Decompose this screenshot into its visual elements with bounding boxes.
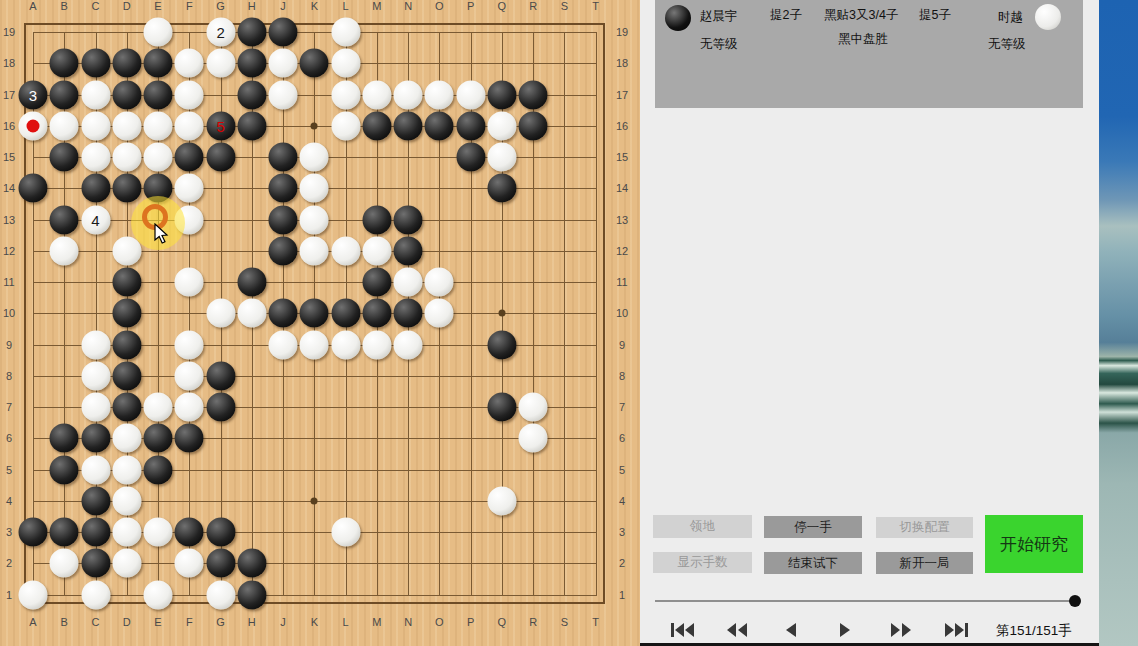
move-slider[interactable] xyxy=(655,600,1079,602)
coord-label-right: 1 xyxy=(619,589,625,601)
stone-white-K9 xyxy=(300,330,329,359)
coord-label-bottom: J xyxy=(280,616,286,628)
stone-black-A3 xyxy=(19,518,48,547)
stone-black-C6 xyxy=(81,424,110,453)
stone-white-N17 xyxy=(394,80,423,109)
switch-config-button[interactable]: 切换配置 xyxy=(876,517,973,538)
stone-black-N10 xyxy=(394,299,423,328)
stone-black-G15 xyxy=(206,143,235,172)
stone-black-D18 xyxy=(112,49,141,78)
stone-black-H1 xyxy=(237,580,266,609)
stone-white-C9 xyxy=(81,330,110,359)
stone-white-D15 xyxy=(112,143,141,172)
jump-to-start-icon[interactable] xyxy=(668,621,698,639)
stone-black-D7 xyxy=(112,393,141,422)
coord-label-left: 5 xyxy=(6,464,12,476)
move-number-marker: 2 xyxy=(206,18,235,47)
stone-white-D12 xyxy=(112,236,141,265)
stone-black-E17 xyxy=(144,80,173,109)
stone-white-D16 xyxy=(112,111,141,140)
stone-white-Q16 xyxy=(487,111,516,140)
stone-black-P16 xyxy=(456,111,485,140)
stone-black-H18 xyxy=(237,49,266,78)
stone-black-K10 xyxy=(300,299,329,328)
coord-label-bottom: B xyxy=(61,616,68,628)
stone-black-A14 xyxy=(19,174,48,203)
coord-label-left: 3 xyxy=(6,526,12,538)
coord-label-top: H xyxy=(248,0,256,12)
stone-white-C17 xyxy=(81,80,110,109)
stone-white-P17 xyxy=(456,80,485,109)
stone-black-N13 xyxy=(394,205,423,234)
desktop-wallpaper xyxy=(1099,0,1138,646)
coord-label-top: C xyxy=(92,0,100,12)
stone-black-D9 xyxy=(112,330,141,359)
coord-label-bottom: K xyxy=(311,616,318,628)
stone-white-R7 xyxy=(519,393,548,422)
coord-label-right: 8 xyxy=(619,370,625,382)
stone-white-L16 xyxy=(331,111,360,140)
stone-black-G7 xyxy=(206,393,235,422)
coord-label-right: 10 xyxy=(616,307,628,319)
stone-white-N11 xyxy=(394,268,423,297)
stone-black-K18 xyxy=(300,49,329,78)
stone-black-J19 xyxy=(269,18,298,47)
coord-label-top: E xyxy=(154,0,161,12)
coord-label-left: 10 xyxy=(3,307,15,319)
stone-black-C4 xyxy=(81,486,110,515)
stone-black-Q14 xyxy=(487,174,516,203)
coord-label-bottom: Q xyxy=(498,616,507,628)
coord-label-left: 11 xyxy=(3,276,14,288)
stone-black-D11 xyxy=(112,268,141,297)
white-player-name: 时越 xyxy=(998,9,1023,26)
stone-white-O10 xyxy=(425,299,454,328)
stone-white-O11 xyxy=(425,268,454,297)
coord-label-top: T xyxy=(592,0,599,12)
coord-label-left: 17 xyxy=(3,89,15,101)
stone-black-H2 xyxy=(237,549,266,578)
coord-label-left: 7 xyxy=(6,401,12,413)
stone-white-K12 xyxy=(300,236,329,265)
black-player-name: 赵晨宇 xyxy=(700,8,738,25)
coord-label-top: M xyxy=(372,0,381,12)
stone-black-G2 xyxy=(206,549,235,578)
stone-black-P15 xyxy=(456,143,485,172)
stone-white-E19 xyxy=(144,18,173,47)
stone-white-F11 xyxy=(175,268,204,297)
coord-label-right: 17 xyxy=(616,89,628,101)
coord-label-left: 9 xyxy=(6,339,12,351)
stone-white-A1 xyxy=(19,580,48,609)
stone-white-E15 xyxy=(144,143,173,172)
stone-black-G8 xyxy=(206,361,235,390)
star-point xyxy=(311,122,318,129)
stone-white-C15 xyxy=(81,143,110,172)
grid-line-v xyxy=(596,32,597,596)
fast-forward-icon[interactable] xyxy=(886,621,916,639)
stone-white-M12 xyxy=(362,236,391,265)
stone-white-L18 xyxy=(331,49,360,78)
stone-white-E1 xyxy=(144,580,173,609)
mouse-cursor xyxy=(154,223,170,245)
white-captures: 提5子 xyxy=(919,7,951,24)
coord-label-right: 14 xyxy=(616,182,628,194)
coord-label-right: 5 xyxy=(619,464,625,476)
coord-label-top: O xyxy=(435,0,444,12)
stone-black-M16 xyxy=(362,111,391,140)
stone-black-J14 xyxy=(269,174,298,203)
coord-label-left: 14 xyxy=(3,182,15,194)
coord-label-bottom: R xyxy=(529,616,537,628)
coord-label-top: F xyxy=(186,0,193,12)
stone-black-N12 xyxy=(394,236,423,265)
coord-label-left: 13 xyxy=(3,214,15,226)
stone-white-C8 xyxy=(81,361,110,390)
stone-black-G3 xyxy=(206,518,235,547)
show-move-numbers-button[interactable]: 显示手数 xyxy=(653,552,752,573)
coord-label-bottom: L xyxy=(343,616,349,628)
coord-label-right: 16 xyxy=(616,120,628,132)
stone-white-O17 xyxy=(425,80,454,109)
coord-label-left: 18 xyxy=(3,57,15,69)
stone-black-D17 xyxy=(112,80,141,109)
stone-black-J10 xyxy=(269,299,298,328)
coord-label-bottom: A xyxy=(29,616,36,628)
coord-label-left: 15 xyxy=(3,151,15,163)
black-captures: 提2子 xyxy=(770,7,802,24)
stone-white-F7 xyxy=(175,393,204,422)
coord-label-bottom: D xyxy=(123,616,131,628)
stone-black-B5 xyxy=(50,455,79,484)
coord-label-right: 12 xyxy=(616,245,628,257)
stone-black-C18 xyxy=(81,49,110,78)
stone-white-E16 xyxy=(144,111,173,140)
stone-white-K14 xyxy=(300,174,329,203)
coord-label-right: 19 xyxy=(616,26,628,38)
stone-white-D4 xyxy=(112,486,141,515)
coord-label-top: P xyxy=(467,0,474,12)
stone-white-L3 xyxy=(331,518,360,547)
stone-black-B17 xyxy=(50,80,79,109)
coord-label-top: D xyxy=(123,0,131,12)
move-counter: 第151/151手 xyxy=(996,622,1086,640)
red-dot-marker xyxy=(27,119,40,132)
stone-white-G1 xyxy=(206,580,235,609)
stone-black-H17 xyxy=(237,80,266,109)
star-point xyxy=(498,310,505,317)
go-board[interactable]: AABBCCDDEEFFGGHHJJKKLLMMNNOOPPQQRRSSTT19… xyxy=(0,0,640,646)
coord-label-left: 4 xyxy=(6,495,12,507)
stone-white-E7 xyxy=(144,393,173,422)
coord-label-bottom: H xyxy=(248,616,256,628)
stone-white-K15 xyxy=(300,143,329,172)
coord-label-top: A xyxy=(29,0,36,12)
stone-white-F14 xyxy=(175,174,204,203)
stone-black-H16 xyxy=(237,111,266,140)
stone-white-Q4 xyxy=(487,486,516,515)
stone-black-F15 xyxy=(175,143,204,172)
coord-label-right: 18 xyxy=(616,57,628,69)
coord-label-bottom: C xyxy=(92,616,100,628)
stone-white-C16 xyxy=(81,111,110,140)
coord-label-top: R xyxy=(529,0,537,12)
stone-black-E6 xyxy=(144,424,173,453)
coord-label-right: 2 xyxy=(619,557,625,569)
step-forward-icon[interactable] xyxy=(830,621,860,639)
stone-white-B16 xyxy=(50,111,79,140)
stone-white-F16 xyxy=(175,111,204,140)
move-number-marker: 4 xyxy=(81,205,110,234)
stone-black-F3 xyxy=(175,518,204,547)
stone-black-B18 xyxy=(50,49,79,78)
stone-black-B3 xyxy=(50,518,79,547)
coord-label-bottom: G xyxy=(216,616,225,628)
coord-label-bottom: N xyxy=(404,616,412,628)
stone-black-F6 xyxy=(175,424,204,453)
stone-white-F9 xyxy=(175,330,204,359)
star-point xyxy=(311,497,318,504)
stone-white-K13 xyxy=(300,205,329,234)
coord-label-left: 1 xyxy=(6,589,12,601)
white-player-rank: 无等级 xyxy=(988,36,1026,53)
stone-white-G18 xyxy=(206,49,235,78)
stone-black-O16 xyxy=(425,111,454,140)
fast-backward-icon[interactable] xyxy=(722,621,752,639)
stone-white-L9 xyxy=(331,330,360,359)
stone-white-J9 xyxy=(269,330,298,359)
coord-label-right: 13 xyxy=(616,214,628,226)
go-review-app: AABBCCDDEEFFGGHHJJKKLLMMNNOOPPQQRRSSTT19… xyxy=(0,0,1138,646)
stone-black-H19 xyxy=(237,18,266,47)
move-slider-knob[interactable] xyxy=(1069,595,1081,607)
coord-label-left: 12 xyxy=(3,245,15,257)
stone-black-N16 xyxy=(394,111,423,140)
stone-white-B2 xyxy=(50,549,79,578)
stone-black-C3 xyxy=(81,518,110,547)
stone-white-D2 xyxy=(112,549,141,578)
stone-white-H10 xyxy=(237,299,266,328)
coord-label-bottom: E xyxy=(154,616,161,628)
stone-black-M11 xyxy=(362,268,391,297)
stone-white-F18 xyxy=(175,49,204,78)
coord-label-top: S xyxy=(561,0,568,12)
stone-white-Q15 xyxy=(487,143,516,172)
coord-label-left: 6 xyxy=(6,432,12,444)
game-result: 黑中盘胜 xyxy=(838,31,888,48)
black-player-stone-icon xyxy=(665,5,691,31)
coord-label-right: 15 xyxy=(616,151,628,163)
move-number-marker: 3 xyxy=(19,80,48,109)
stone-white-E3 xyxy=(144,518,173,547)
coord-label-right: 6 xyxy=(619,432,625,444)
stone-white-C1 xyxy=(81,580,110,609)
coord-label-top: L xyxy=(343,0,349,12)
stone-black-M13 xyxy=(362,205,391,234)
stone-black-C2 xyxy=(81,549,110,578)
stone-white-J18 xyxy=(269,49,298,78)
coord-label-top: J xyxy=(280,0,286,12)
coord-label-left: 8 xyxy=(6,370,12,382)
stone-white-N9 xyxy=(394,330,423,359)
stone-black-L10 xyxy=(331,299,360,328)
komi-info: 黑贴3又3/4子 xyxy=(824,7,898,24)
coord-label-left: 2 xyxy=(6,557,12,569)
coord-label-top: N xyxy=(404,0,412,12)
stone-white-D3 xyxy=(112,518,141,547)
grid-line-v xyxy=(564,32,565,596)
coord-label-bottom: M xyxy=(372,616,381,628)
stone-black-Q9 xyxy=(487,330,516,359)
stone-white-L12 xyxy=(331,236,360,265)
white-player-stone-icon xyxy=(1035,4,1061,30)
stone-black-J13 xyxy=(269,205,298,234)
coord-label-top: B xyxy=(61,0,68,12)
coord-label-bottom: F xyxy=(186,616,193,628)
coord-label-top: Q xyxy=(498,0,507,12)
stone-black-B15 xyxy=(50,143,79,172)
stone-black-D8 xyxy=(112,361,141,390)
coord-label-bottom: O xyxy=(435,616,444,628)
stone-black-D10 xyxy=(112,299,141,328)
move-number-marker: 5 xyxy=(206,111,235,140)
coord-label-right: 7 xyxy=(619,401,625,413)
stone-black-R17 xyxy=(519,80,548,109)
jump-to-end-icon[interactable] xyxy=(941,621,971,639)
coord-label-right: 9 xyxy=(619,339,625,351)
stone-white-B12 xyxy=(50,236,79,265)
coord-label-top: K xyxy=(311,0,318,12)
new-game-button[interactable]: 新开一局 xyxy=(876,552,973,574)
stone-black-C14 xyxy=(81,174,110,203)
coord-label-bottom: T xyxy=(592,616,599,628)
stone-white-M17 xyxy=(362,80,391,109)
stone-black-J12 xyxy=(269,236,298,265)
step-backward-icon[interactable] xyxy=(776,621,806,639)
stone-black-E18 xyxy=(144,49,173,78)
stone-white-D6 xyxy=(112,424,141,453)
stone-black-E5 xyxy=(144,455,173,484)
stone-black-Q17 xyxy=(487,80,516,109)
coord-label-left: 19 xyxy=(3,26,15,38)
game-info-panel: 赵晨宇 无等级 提2子 黑贴3又3/4子 黑中盘胜 提5子 时越 无等级 xyxy=(655,0,1083,108)
end-trial-button[interactable]: 结束试下 xyxy=(764,552,862,574)
coord-label-right: 11 xyxy=(616,276,627,288)
stone-white-C5 xyxy=(81,455,110,484)
grid-line-h xyxy=(33,595,597,596)
stone-black-R16 xyxy=(519,111,548,140)
territory-button[interactable]: 领地 xyxy=(653,515,752,538)
coord-label-bottom: P xyxy=(467,616,474,628)
start-study-button[interactable]: 开始研究 xyxy=(985,515,1083,573)
coord-label-top: G xyxy=(216,0,225,12)
coord-label-right: 3 xyxy=(619,526,625,538)
stone-black-D14 xyxy=(112,174,141,203)
stone-black-B6 xyxy=(50,424,79,453)
stone-white-G10 xyxy=(206,299,235,328)
stone-white-M9 xyxy=(362,330,391,359)
stone-white-F8 xyxy=(175,361,204,390)
pass-button[interactable]: 停一手 xyxy=(764,516,862,538)
stone-white-C7 xyxy=(81,393,110,422)
stone-black-J15 xyxy=(269,143,298,172)
stone-white-D5 xyxy=(112,455,141,484)
coord-label-left: 16 xyxy=(3,120,15,132)
stone-white-L17 xyxy=(331,80,360,109)
stone-white-F2 xyxy=(175,549,204,578)
stone-black-Q7 xyxy=(487,393,516,422)
stone-black-M10 xyxy=(362,299,391,328)
stone-white-R6 xyxy=(519,424,548,453)
stone-black-B13 xyxy=(50,205,79,234)
stone-white-L19 xyxy=(331,18,360,47)
right-panel: 赵晨宇 无等级 提2子 黑贴3又3/4子 黑中盘胜 提5子 时越 无等级 领地 … xyxy=(640,0,1099,646)
black-player-rank: 无等级 xyxy=(700,36,738,53)
coord-label-bottom: S xyxy=(561,616,568,628)
stone-black-H11 xyxy=(237,268,266,297)
stone-white-J17 xyxy=(269,80,298,109)
coord-label-right: 4 xyxy=(619,495,625,507)
stone-white-F17 xyxy=(175,80,204,109)
